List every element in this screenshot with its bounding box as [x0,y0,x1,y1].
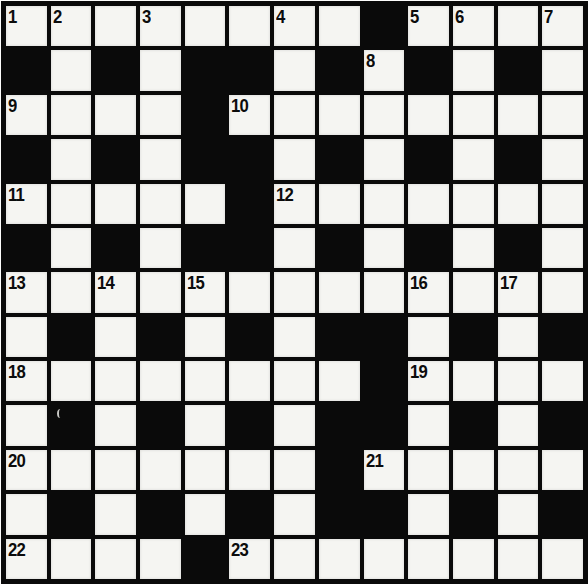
crossword-cell-r13c2[interactable] [51,539,92,579]
crossword-cell-r12c10[interactable] [408,494,449,534]
crossword-cell-r1c12[interactable] [498,6,539,46]
crossword-cell-r8c5[interactable] [185,317,226,357]
crossword-cell-r5c4[interactable] [140,184,181,224]
crossword-cell-r11c7[interactable] [274,450,315,490]
crossword-cell-r1c6[interactable] [229,6,270,46]
crossword-cell-r8c9 [364,317,405,357]
crossword-cell-r10c6 [229,405,270,445]
crossword-cell-r7c2[interactable] [51,272,92,312]
crossword-cell-r4c5 [185,139,226,179]
crossword-cell-r6c10 [408,228,449,268]
crossword-cell-r13c5 [185,539,226,579]
crossword-cell-r3c12[interactable] [498,95,539,135]
clue-number: 9 [8,96,16,115]
clue-number: 22 [8,540,25,559]
crossword-cell-r2c10 [408,50,449,90]
crossword-cell-r13c8[interactable] [319,539,360,579]
crossword-cell-r6c12 [498,228,539,268]
crossword-cell-r11c11[interactable] [453,450,494,490]
crossword-cell-r4c3 [95,139,136,179]
crossword-cell-r12c5[interactable] [185,494,226,534]
clue-number: 15 [187,273,204,292]
clue-number: 1 [8,7,16,26]
crossword-cell-r1c3[interactable] [95,6,136,46]
clue-number: 23 [231,540,248,559]
crossword-cell-r7c6[interactable] [229,272,270,312]
crossword-cell-r5c13[interactable] [542,184,583,224]
crossword-cell-r6c3 [95,228,136,268]
clue-number: 5 [410,7,418,26]
crossword-cell-r8c7[interactable] [274,317,315,357]
crossword-cell-r11c1[interactable]: 20 [6,450,47,490]
crossword-cell-r4c1 [6,139,47,179]
crossword-cell-r5c9[interactable] [364,184,405,224]
clue-number: 16 [410,273,427,292]
crossword-cell-r3c1[interactable]: 9 [6,95,47,135]
crossword-cell-r10c9 [364,405,405,445]
clue-number: 8 [366,51,374,70]
clue-number: 7 [544,7,552,26]
crossword-cell-r1c13[interactable]: 7 [542,6,583,46]
crossword-cell-r12c2 [51,494,92,534]
crossword-cell-r2c5 [185,50,226,90]
crossword-cell-r5c3[interactable] [95,184,136,224]
crossword-cell-r1c4[interactable]: 3 [140,6,181,46]
crossword-cell-r2c13[interactable] [542,50,583,90]
scan-artifact [57,409,64,418]
crossword-cell-r12c6 [229,494,270,534]
clue-number: 2 [53,7,61,26]
crossword-cell-r8c12[interactable] [498,317,539,357]
crossword-cell-r3c5 [185,95,226,135]
crossword-cell-r10c13 [542,405,583,445]
crossword-cell-r1c9 [364,6,405,46]
crossword-cell-r1c7[interactable]: 4 [274,6,315,46]
crossword-cell-r1c1[interactable]: 1 [6,6,47,46]
crossword-cell-r5c1[interactable]: 11 [6,184,47,224]
crossword-cell-r7c4[interactable] [140,272,181,312]
crossword-cell-r5c11[interactable] [453,184,494,224]
crossword-cell-r4c11[interactable] [453,139,494,179]
crossword-cell-r8c4 [140,317,181,357]
crossword-cell-r7c5[interactable]: 15 [185,272,226,312]
crossword-cell-r2c11[interactable] [453,50,494,90]
crossword-cell-r2c12 [498,50,539,90]
crossword-puzzle-scan: 1234567891011121314151617181920212223 [0,0,588,584]
crossword-cell-r13c13[interactable] [542,539,583,579]
crossword-cell-r11c12[interactable] [498,450,539,490]
crossword-cell-r13c3[interactable] [95,539,136,579]
crossword-cell-r10c5[interactable] [185,405,226,445]
crossword-cell-r2c6 [229,50,270,90]
clue-number: 20 [8,451,25,470]
crossword-cell-r2c3 [95,50,136,90]
clue-number: 18 [8,362,25,381]
crossword-cell-r6c5 [185,228,226,268]
crossword-cell-r12c13 [542,494,583,534]
crossword-cell-r12c4 [140,494,181,534]
crossword-cell-r5c8[interactable] [319,184,360,224]
crossword-cell-r12c9 [364,494,405,534]
crossword-cell-r10c12[interactable] [498,405,539,445]
crossword-cell-r9c9 [364,361,405,401]
crossword-cell-r10c4 [140,405,181,445]
crossword-cell-r2c2[interactable] [51,50,92,90]
crossword-cell-r5c12[interactable] [498,184,539,224]
crossword-cell-r6c9[interactable] [364,228,405,268]
crossword-cell-r12c12[interactable] [498,494,539,534]
crossword-cell-r1c11[interactable]: 6 [453,6,494,46]
crossword-cell-r9c3[interactable] [95,361,136,401]
crossword-cell-r11c9[interactable]: 21 [364,450,405,490]
clue-number: 6 [455,7,463,26]
crossword-cell-r9c1[interactable]: 18 [6,361,47,401]
clue-number: 4 [276,7,284,26]
crossword-cell-r2c7[interactable] [274,50,315,90]
crossword-cell-r6c4[interactable] [140,228,181,268]
crossword-cell-r5c5[interactable] [185,184,226,224]
crossword-cell-r11c13[interactable] [542,450,583,490]
crossword-cell-r8c3[interactable] [95,317,136,357]
crossword-cell-r1c5[interactable] [185,6,226,46]
clue-number: 14 [97,273,114,292]
crossword-cell-r4c6 [229,139,270,179]
crossword-cell-r10c7[interactable] [274,405,315,445]
crossword-cell-r9c4[interactable] [140,361,181,401]
crossword-cell-r9c12[interactable] [498,361,539,401]
crossword-cell-r2c1 [6,50,47,90]
crossword-cell-r7c12[interactable]: 17 [498,272,539,312]
crossword-cell-r9c2[interactable] [51,361,92,401]
crossword-cell-r1c10[interactable]: 5 [408,6,449,46]
crossword-cell-r7c13[interactable] [542,272,583,312]
crossword-cell-r11c10[interactable] [408,450,449,490]
crossword-cell-r10c8 [319,405,360,445]
crossword-cell-r13c9[interactable] [364,539,405,579]
crossword-cell-r3c7[interactable] [274,95,315,135]
clue-number: 21 [366,451,383,470]
crossword-cell-r8c8 [319,317,360,357]
crossword-cell-r11c4[interactable] [140,450,181,490]
clue-number: 12 [276,185,293,204]
crossword-cell-r13c11[interactable] [453,539,494,579]
crossword-cell-r8c2 [51,317,92,357]
clue-number: 19 [410,362,427,381]
crossword-cell-r6c13[interactable] [542,228,583,268]
crossword-cell-r6c11[interactable] [453,228,494,268]
crossword-cell-r7c9[interactable] [364,272,405,312]
crossword-cell-r5c10[interactable] [408,184,449,224]
crossword-cell-r10c3[interactable] [95,405,136,445]
crossword-cell-r10c1[interactable] [6,405,47,445]
crossword-cell-r11c5[interactable] [185,450,226,490]
crossword-cell-r13c10[interactable] [408,539,449,579]
crossword-cell-r3c13[interactable] [542,95,583,135]
crossword-cell-r12c1[interactable] [6,494,47,534]
crossword-cell-r9c7[interactable] [274,361,315,401]
crossword-cell-r4c4[interactable] [140,139,181,179]
crossword-cell-r11c8 [319,450,360,490]
crossword-cell-r3c4[interactable] [140,95,181,135]
crossword-cell-r10c11 [453,405,494,445]
crossword-cell-r4c10 [408,139,449,179]
crossword-cell-r3c6[interactable]: 10 [229,95,270,135]
crossword-cell-r7c7[interactable] [274,272,315,312]
crossword-cell-r9c10[interactable]: 19 [408,361,449,401]
crossword-cell-r9c11[interactable] [453,361,494,401]
clue-number: 3 [142,7,150,26]
crossword-cell-r4c8 [319,139,360,179]
crossword-cell-r9c8[interactable] [319,361,360,401]
crossword-cell-r4c13[interactable] [542,139,583,179]
crossword-cell-r7c3[interactable]: 14 [95,272,136,312]
crossword-cell-r4c9[interactable] [364,139,405,179]
crossword-cell-r12c11 [453,494,494,534]
crossword-cell-r8c10[interactable] [408,317,449,357]
crossword-cell-r13c6[interactable]: 23 [229,539,270,579]
crossword-cell-r3c11[interactable] [453,95,494,135]
crossword-cell-r4c12 [498,139,539,179]
crossword-cell-r7c8[interactable] [319,272,360,312]
crossword-cell-r2c9[interactable]: 8 [364,50,405,90]
crossword-cell-r2c4[interactable] [140,50,181,90]
crossword-cell-r6c6 [229,228,270,268]
crossword-cell-r5c6 [229,184,270,224]
crossword-cell-r8c11 [453,317,494,357]
crossword-cell-r6c1 [6,228,47,268]
crossword-cell-r3c10[interactable] [408,95,449,135]
crossword-cell-r1c2[interactable]: 2 [51,6,92,46]
crossword-board: 1234567891011121314151617181920212223 [1,1,588,584]
crossword-cell-r6c7[interactable] [274,228,315,268]
crossword-cell-r5c7[interactable]: 12 [274,184,315,224]
crossword-cell-r12c3[interactable] [95,494,136,534]
crossword-cell-r9c13[interactable] [542,361,583,401]
crossword-cell-r1c8[interactable] [319,6,360,46]
crossword-cell-r13c7[interactable] [274,539,315,579]
crossword-cell-r8c6 [229,317,270,357]
crossword-cell-r10c2 [51,405,92,445]
crossword-cell-r13c4[interactable] [140,539,181,579]
crossword-cell-r3c8[interactable] [319,95,360,135]
crossword-cell-r8c1[interactable] [6,317,47,357]
crossword-cell-r6c8 [319,228,360,268]
crossword-cell-r10c10[interactable] [408,405,449,445]
crossword-cell-r3c3[interactable] [95,95,136,135]
crossword-cell-r13c1[interactable]: 22 [6,539,47,579]
crossword-cell-r9c5[interactable] [185,361,226,401]
crossword-cell-r5c2[interactable] [51,184,92,224]
crossword-cell-r9c6[interactable] [229,361,270,401]
crossword-cell-r4c7[interactable] [274,139,315,179]
crossword-cell-r6c2[interactable] [51,228,92,268]
crossword-cell-r2c8 [319,50,360,90]
clue-number: 17 [500,273,517,292]
crossword-cell-r11c3[interactable] [95,450,136,490]
crossword-cell-r7c1[interactable]: 13 [6,272,47,312]
clue-number: 13 [8,273,25,292]
crossword-cell-r13c12[interactable] [498,539,539,579]
crossword-cell-r12c7[interactable] [274,494,315,534]
crossword-cell-r3c2[interactable] [51,95,92,135]
crossword-cell-r3c9[interactable] [364,95,405,135]
crossword-cell-r7c11[interactable] [453,272,494,312]
crossword-cell-r12c8 [319,494,360,534]
crossword-cell-r8c13 [542,317,583,357]
clue-number: 10 [231,96,248,115]
crossword-cell-r11c2[interactable] [51,450,92,490]
crossword-cell-r11c6[interactable] [229,450,270,490]
crossword-cell-r7c10[interactable]: 16 [408,272,449,312]
crossword-cell-r4c2[interactable] [51,139,92,179]
clue-number: 11 [8,185,24,204]
